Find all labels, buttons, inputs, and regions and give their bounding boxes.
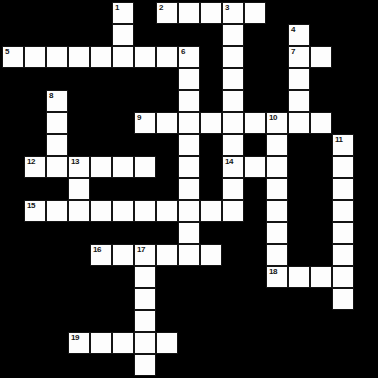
black-cell	[24, 222, 46, 244]
black-cell	[178, 266, 200, 288]
grid-cell-r8c3[interactable]	[68, 178, 90, 200]
grid-cell-r2c3[interactable]	[68, 46, 90, 68]
black-cell	[310, 90, 332, 112]
black-cell	[68, 2, 90, 24]
black-cell	[156, 222, 178, 244]
black-cell	[46, 222, 68, 244]
black-cell	[266, 332, 288, 354]
black-cell	[266, 288, 288, 310]
black-cell	[112, 222, 134, 244]
black-cell	[156, 134, 178, 156]
grid-cell-r0c7[interactable]: 2	[156, 2, 178, 24]
grid-cell-r9c10[interactable]	[222, 200, 244, 222]
black-cell	[156, 90, 178, 112]
black-cell	[354, 2, 376, 24]
black-cell	[354, 68, 376, 90]
black-cell	[244, 24, 266, 46]
grid-cell-r7c15[interactable]	[332, 156, 354, 178]
grid-cell-r9c3[interactable]	[68, 200, 90, 222]
grid-cell-r11c4[interactable]: 16	[90, 244, 112, 266]
grid-cell-r4c13[interactable]	[288, 90, 310, 112]
black-cell	[24, 244, 46, 266]
black-cell	[200, 156, 222, 178]
black-cell	[288, 288, 310, 310]
grid-cell-r15c7[interactable]	[156, 332, 178, 354]
grid-cell-r13c6[interactable]	[134, 288, 156, 310]
black-cell	[112, 90, 134, 112]
clue-number-4: 4	[291, 25, 295, 34]
clue-number-5: 5	[5, 47, 9, 56]
black-cell	[200, 332, 222, 354]
black-cell	[332, 90, 354, 112]
grid-cell-r2c13[interactable]: 7	[288, 46, 310, 68]
grid-cell-r9c2[interactable]	[46, 200, 68, 222]
clue-number-2: 2	[159, 3, 163, 12]
black-cell	[200, 68, 222, 90]
black-cell	[134, 178, 156, 200]
black-cell	[2, 90, 24, 112]
grid-cell-r4c8[interactable]	[178, 90, 200, 112]
grid-cell-r6c8[interactable]	[178, 134, 200, 156]
black-cell	[354, 222, 376, 244]
black-cell	[288, 332, 310, 354]
grid-cell-r2c8[interactable]: 6	[178, 46, 200, 68]
black-cell	[332, 354, 354, 376]
black-cell	[266, 24, 288, 46]
black-cell	[2, 156, 24, 178]
black-cell	[68, 24, 90, 46]
black-cell	[156, 310, 178, 332]
black-cell	[90, 112, 112, 134]
grid-cell-r6c12[interactable]	[266, 134, 288, 156]
clue-number-9: 9	[137, 113, 141, 122]
black-cell	[310, 244, 332, 266]
black-cell	[244, 354, 266, 376]
grid-cell-r7c1[interactable]: 12	[24, 156, 46, 178]
black-cell	[200, 288, 222, 310]
black-cell	[46, 354, 68, 376]
black-cell	[24, 90, 46, 112]
black-cell	[288, 156, 310, 178]
black-cell	[244, 288, 266, 310]
black-cell	[134, 68, 156, 90]
clue-number-15: 15	[27, 201, 35, 210]
black-cell	[156, 266, 178, 288]
black-cell	[112, 288, 134, 310]
grid-cell-r7c4[interactable]	[90, 156, 112, 178]
grid-cell-r5c13[interactable]	[288, 112, 310, 134]
black-cell	[222, 222, 244, 244]
black-cell	[266, 68, 288, 90]
black-cell	[222, 310, 244, 332]
black-cell	[2, 68, 24, 90]
grid-cell-r10c12[interactable]	[266, 222, 288, 244]
black-cell	[90, 90, 112, 112]
black-cell	[24, 332, 46, 354]
grid-cell-r8c8[interactable]	[178, 178, 200, 200]
black-cell	[288, 222, 310, 244]
grid-cell-r15c6[interactable]	[134, 332, 156, 354]
black-cell	[24, 2, 46, 24]
grid-cell-r4c2[interactable]: 8	[46, 90, 68, 112]
grid-cell-r12c6[interactable]	[134, 266, 156, 288]
black-cell	[90, 310, 112, 332]
black-cell	[68, 288, 90, 310]
black-cell	[156, 354, 178, 376]
black-cell	[310, 2, 332, 24]
black-cell	[24, 112, 46, 134]
grid-cell-r15c5[interactable]	[112, 332, 134, 354]
black-cell	[288, 134, 310, 156]
black-cell	[134, 222, 156, 244]
grid-cell-r7c12[interactable]	[266, 156, 288, 178]
black-cell	[200, 222, 222, 244]
black-cell	[134, 90, 156, 112]
grid-cell-r13c15[interactable]	[332, 288, 354, 310]
black-cell	[244, 332, 266, 354]
grid-cell-r6c2[interactable]	[46, 134, 68, 156]
grid-cell-r8c12[interactable]	[266, 178, 288, 200]
grid-cell-r4c10[interactable]	[222, 90, 244, 112]
black-cell	[244, 200, 266, 222]
black-cell	[90, 68, 112, 90]
grid-cell-r9c12[interactable]	[266, 200, 288, 222]
grid-cell-r8c10[interactable]	[222, 178, 244, 200]
black-cell	[2, 24, 24, 46]
grid-cell-r9c4[interactable]	[90, 200, 112, 222]
clue-number-10: 10	[269, 113, 277, 122]
black-cell	[200, 90, 222, 112]
black-cell	[90, 24, 112, 46]
clue-number-16: 16	[93, 245, 101, 254]
black-cell	[310, 178, 332, 200]
grid-cell-r7c6[interactable]	[134, 156, 156, 178]
black-cell	[178, 310, 200, 332]
black-cell	[68, 310, 90, 332]
black-cell	[134, 134, 156, 156]
black-cell	[90, 178, 112, 200]
black-cell	[244, 310, 266, 332]
black-cell	[2, 332, 24, 354]
grid-cell-r2c0[interactable]: 5	[2, 46, 24, 68]
black-cell	[266, 354, 288, 376]
black-cell	[112, 266, 134, 288]
black-cell	[2, 244, 24, 266]
grid-cell-r11c6[interactable]: 17	[134, 244, 156, 266]
black-cell	[244, 46, 266, 68]
black-cell	[134, 24, 156, 46]
black-cell	[354, 332, 376, 354]
black-cell	[156, 178, 178, 200]
grid-cell-r9c6[interactable]	[134, 200, 156, 222]
black-cell	[266, 90, 288, 112]
black-cell	[46, 266, 68, 288]
black-cell	[354, 310, 376, 332]
grid-cell-r0c8[interactable]	[178, 2, 200, 24]
grid-cell-r1c5[interactable]	[112, 24, 134, 46]
clue-number-14: 14	[225, 157, 233, 166]
black-cell	[2, 288, 24, 310]
black-cell	[244, 68, 266, 90]
black-cell	[222, 266, 244, 288]
grid-cell-r7c11[interactable]	[244, 156, 266, 178]
grid-cell-r6c15[interactable]: 11	[332, 134, 354, 156]
black-cell	[2, 354, 24, 376]
grid-cell-r7c3[interactable]: 13	[68, 156, 90, 178]
clue-number-17: 17	[137, 245, 145, 254]
black-cell	[332, 2, 354, 24]
grid-cell-r7c2[interactable]	[46, 156, 68, 178]
grid-cell-r12c15[interactable]	[332, 266, 354, 288]
black-cell	[222, 354, 244, 376]
black-cell	[90, 288, 112, 310]
black-cell	[156, 288, 178, 310]
grid-cell-r15c3[interactable]: 19	[68, 332, 90, 354]
grid-cell-r5c8[interactable]	[178, 112, 200, 134]
black-cell	[332, 310, 354, 332]
grid-cell-r2c2[interactable]	[46, 46, 68, 68]
grid-cell-r11c5[interactable]	[112, 244, 134, 266]
black-cell	[2, 2, 24, 24]
grid-cell-r3c10[interactable]	[222, 68, 244, 90]
black-cell	[156, 156, 178, 178]
black-cell	[222, 244, 244, 266]
black-cell	[244, 222, 266, 244]
black-cell	[112, 134, 134, 156]
grid-cell-r5c9[interactable]	[200, 112, 222, 134]
black-cell	[310, 288, 332, 310]
grid-cell-r2c4[interactable]	[90, 46, 112, 68]
grid-cell-r5c7[interactable]	[156, 112, 178, 134]
black-cell	[46, 244, 68, 266]
grid-cell-r6c10[interactable]	[222, 134, 244, 156]
grid-cell-r2c1[interactable]	[24, 46, 46, 68]
black-cell	[90, 266, 112, 288]
grid-cell-r1c13[interactable]: 4	[288, 24, 310, 46]
black-cell	[354, 156, 376, 178]
black-cell	[332, 46, 354, 68]
black-cell	[24, 68, 46, 90]
black-cell	[24, 354, 46, 376]
grid-cell-r2c10[interactable]	[222, 46, 244, 68]
grid-cell-r7c8[interactable]	[178, 156, 200, 178]
black-cell	[24, 266, 46, 288]
clue-number-12: 12	[27, 157, 35, 166]
grid-cell-r0c5[interactable]: 1	[112, 2, 134, 24]
black-cell	[112, 68, 134, 90]
black-cell	[354, 112, 376, 134]
grid-cell-r11c8[interactable]	[178, 244, 200, 266]
black-cell	[288, 178, 310, 200]
black-cell	[46, 288, 68, 310]
black-cell	[68, 134, 90, 156]
grid-cell-r0c11[interactable]	[244, 2, 266, 24]
grid-cell-r7c5[interactable]	[112, 156, 134, 178]
black-cell	[244, 90, 266, 112]
black-cell	[288, 244, 310, 266]
clue-number-6: 6	[181, 47, 185, 56]
black-cell	[354, 46, 376, 68]
grid-cell-r8c15[interactable]	[332, 178, 354, 200]
grid-cell-r5c10[interactable]	[222, 112, 244, 134]
black-cell	[2, 178, 24, 200]
black-cell	[68, 222, 90, 244]
grid-cell-r11c7[interactable]	[156, 244, 178, 266]
grid-cell-r2c7[interactable]	[156, 46, 178, 68]
grid-cell-r11c12[interactable]	[266, 244, 288, 266]
grid-cell-r12c14[interactable]	[310, 266, 332, 288]
black-cell	[288, 310, 310, 332]
black-cell	[46, 332, 68, 354]
black-cell	[2, 266, 24, 288]
black-cell	[68, 90, 90, 112]
grid-cell-r0c9[interactable]	[200, 2, 222, 24]
black-cell	[112, 178, 134, 200]
black-cell	[200, 354, 222, 376]
grid-cell-r16c6[interactable]	[134, 354, 156, 376]
black-cell	[2, 134, 24, 156]
black-cell	[90, 134, 112, 156]
black-cell	[332, 112, 354, 134]
clue-number-19: 19	[71, 333, 79, 342]
grid-cell-r0c10[interactable]: 3	[222, 2, 244, 24]
black-cell	[310, 24, 332, 46]
grid-cell-r12c12[interactable]: 18	[266, 266, 288, 288]
black-cell	[332, 332, 354, 354]
black-cell	[2, 200, 24, 222]
grid-cell-r1c10[interactable]	[222, 24, 244, 46]
black-cell	[332, 24, 354, 46]
black-cell	[46, 310, 68, 332]
black-cell	[68, 68, 90, 90]
black-cell	[266, 310, 288, 332]
grid-cell-r9c1[interactable]: 15	[24, 200, 46, 222]
black-cell	[288, 354, 310, 376]
black-cell	[244, 134, 266, 156]
black-cell	[2, 310, 24, 332]
black-cell	[24, 178, 46, 200]
black-cell	[46, 24, 68, 46]
black-cell	[354, 354, 376, 376]
grid-cell-r5c2[interactable]	[46, 112, 68, 134]
black-cell	[24, 288, 46, 310]
black-cell	[222, 332, 244, 354]
grid-cell-r12c13[interactable]	[288, 266, 310, 288]
black-cell	[310, 134, 332, 156]
clue-number-11: 11	[335, 135, 342, 144]
black-cell	[200, 24, 222, 46]
grid-cell-r15c4[interactable]	[90, 332, 112, 354]
black-cell	[354, 24, 376, 46]
black-cell	[310, 200, 332, 222]
black-cell	[310, 354, 332, 376]
clue-number-18: 18	[269, 267, 277, 276]
black-cell	[354, 200, 376, 222]
black-cell	[354, 288, 376, 310]
black-cell	[354, 178, 376, 200]
clue-number-3: 3	[225, 3, 229, 12]
grid-cell-r14c6[interactable]	[134, 310, 156, 332]
black-cell	[200, 46, 222, 68]
grid-cell-r9c5[interactable]	[112, 200, 134, 222]
black-cell	[354, 244, 376, 266]
grid-cell-r3c13[interactable]	[288, 68, 310, 90]
black-cell	[310, 68, 332, 90]
black-cell	[178, 354, 200, 376]
grid-cell-r5c11[interactable]	[244, 112, 266, 134]
black-cell	[24, 310, 46, 332]
grid-cell-r7c10[interactable]: 14	[222, 156, 244, 178]
grid-cell-r11c15[interactable]	[332, 244, 354, 266]
grid-cell-r10c8[interactable]	[178, 222, 200, 244]
black-cell	[24, 134, 46, 156]
black-cell	[2, 222, 24, 244]
grid-cell-r2c6[interactable]	[134, 46, 156, 68]
black-cell	[68, 266, 90, 288]
grid-cell-r9c8[interactable]	[178, 200, 200, 222]
black-cell	[134, 2, 156, 24]
black-cell	[178, 332, 200, 354]
grid-cell-r5c14[interactable]	[310, 112, 332, 134]
clue-number-1: 1	[115, 3, 119, 12]
grid-cell-r11c9[interactable]	[200, 244, 222, 266]
black-cell	[310, 332, 332, 354]
black-cell	[68, 112, 90, 134]
black-cell	[112, 112, 134, 134]
grid-cell-r9c7[interactable]	[156, 200, 178, 222]
black-cell	[156, 24, 178, 46]
grid-cell-r5c6[interactable]: 9	[134, 112, 156, 134]
black-cell	[68, 244, 90, 266]
grid-cell-r2c14[interactable]	[310, 46, 332, 68]
grid-cell-r10c15[interactable]	[332, 222, 354, 244]
black-cell	[200, 134, 222, 156]
crossword-board: 12345678910111213141516171819	[2, 2, 376, 376]
grid-cell-r2c5[interactable]	[112, 46, 134, 68]
black-cell	[266, 46, 288, 68]
black-cell	[244, 266, 266, 288]
black-cell	[200, 266, 222, 288]
black-cell	[90, 222, 112, 244]
black-cell	[112, 310, 134, 332]
black-cell	[244, 244, 266, 266]
black-cell	[222, 288, 244, 310]
black-cell	[24, 24, 46, 46]
grid-cell-r3c8[interactable]	[178, 68, 200, 90]
black-cell	[2, 112, 24, 134]
grid-cell-r9c15[interactable]	[332, 200, 354, 222]
clue-number-7: 7	[291, 47, 295, 56]
black-cell	[200, 310, 222, 332]
black-cell	[354, 90, 376, 112]
black-cell	[46, 2, 68, 24]
grid-cell-r5c12[interactable]: 10	[266, 112, 288, 134]
black-cell	[310, 156, 332, 178]
black-cell	[90, 2, 112, 24]
black-cell	[46, 68, 68, 90]
black-cell	[68, 354, 90, 376]
clue-number-8: 8	[49, 91, 53, 100]
grid-cell-r9c9[interactable]	[200, 200, 222, 222]
black-cell	[266, 2, 288, 24]
black-cell	[332, 68, 354, 90]
black-cell	[46, 178, 68, 200]
black-cell	[354, 266, 376, 288]
black-cell	[200, 178, 222, 200]
black-cell	[178, 24, 200, 46]
black-cell	[288, 2, 310, 24]
clue-number-13: 13	[71, 157, 79, 166]
